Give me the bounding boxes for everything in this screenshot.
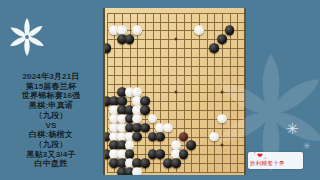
black-player: 黑棋:申真谞	[0, 101, 102, 111]
black-stone	[155, 150, 165, 160]
game-date: 2024年3月21日	[0, 72, 102, 82]
white-stone	[132, 167, 142, 175]
black-stone	[171, 158, 181, 168]
white-player: 白棋:杨楷文	[0, 130, 102, 140]
black-stone	[217, 34, 227, 44]
black-stone	[103, 43, 111, 53]
sparkle-icon: ✳	[286, 120, 299, 138]
black-stone	[125, 34, 135, 44]
event-name: 第15届春兰杯	[0, 82, 102, 92]
marked-black-stone	[179, 132, 189, 142]
vs-label: VS	[0, 121, 102, 131]
white-stone	[163, 123, 173, 133]
watermark-text: 胜利精签十界	[250, 159, 302, 167]
black-stone	[155, 132, 165, 142]
board-grid-line	[199, 13, 200, 172]
channel-watermark-badge: 「❤」 胜利精签十界	[248, 152, 303, 169]
black-stone	[140, 158, 150, 168]
black-stone	[140, 105, 150, 115]
sparkle-icon-small: ✳	[303, 141, 311, 151]
board-grid-line	[207, 13, 208, 172]
black-stone	[186, 141, 196, 151]
black-rank: （九段）	[0, 111, 102, 121]
event-stage: 世界锦标赛16强	[0, 91, 102, 101]
white-rank: （九段）	[0, 140, 102, 150]
game-info-panel: 2024年3月21日 第15届春兰杯 世界锦标赛16强 黑棋:申真谞 （九段） …	[0, 72, 102, 169]
white-stone	[194, 26, 204, 36]
black-stone	[140, 123, 150, 133]
flower-logo	[8, 16, 46, 58]
black-stone	[132, 132, 142, 142]
komi-rule: 黑贴3又3/4子	[0, 150, 102, 160]
white-stone	[148, 114, 158, 124]
hoshi-point	[174, 91, 177, 94]
video-frame: 2024年3月21日 第15届春兰杯 世界锦标赛16强 黑棋:申真谞 （九段） …	[0, 0, 320, 180]
game-result: 白中盘胜	[0, 159, 102, 169]
hoshi-point	[174, 38, 177, 41]
board-grid-line	[184, 13, 185, 172]
black-stone	[179, 150, 189, 160]
black-stone	[225, 26, 235, 36]
white-stone	[132, 26, 142, 36]
